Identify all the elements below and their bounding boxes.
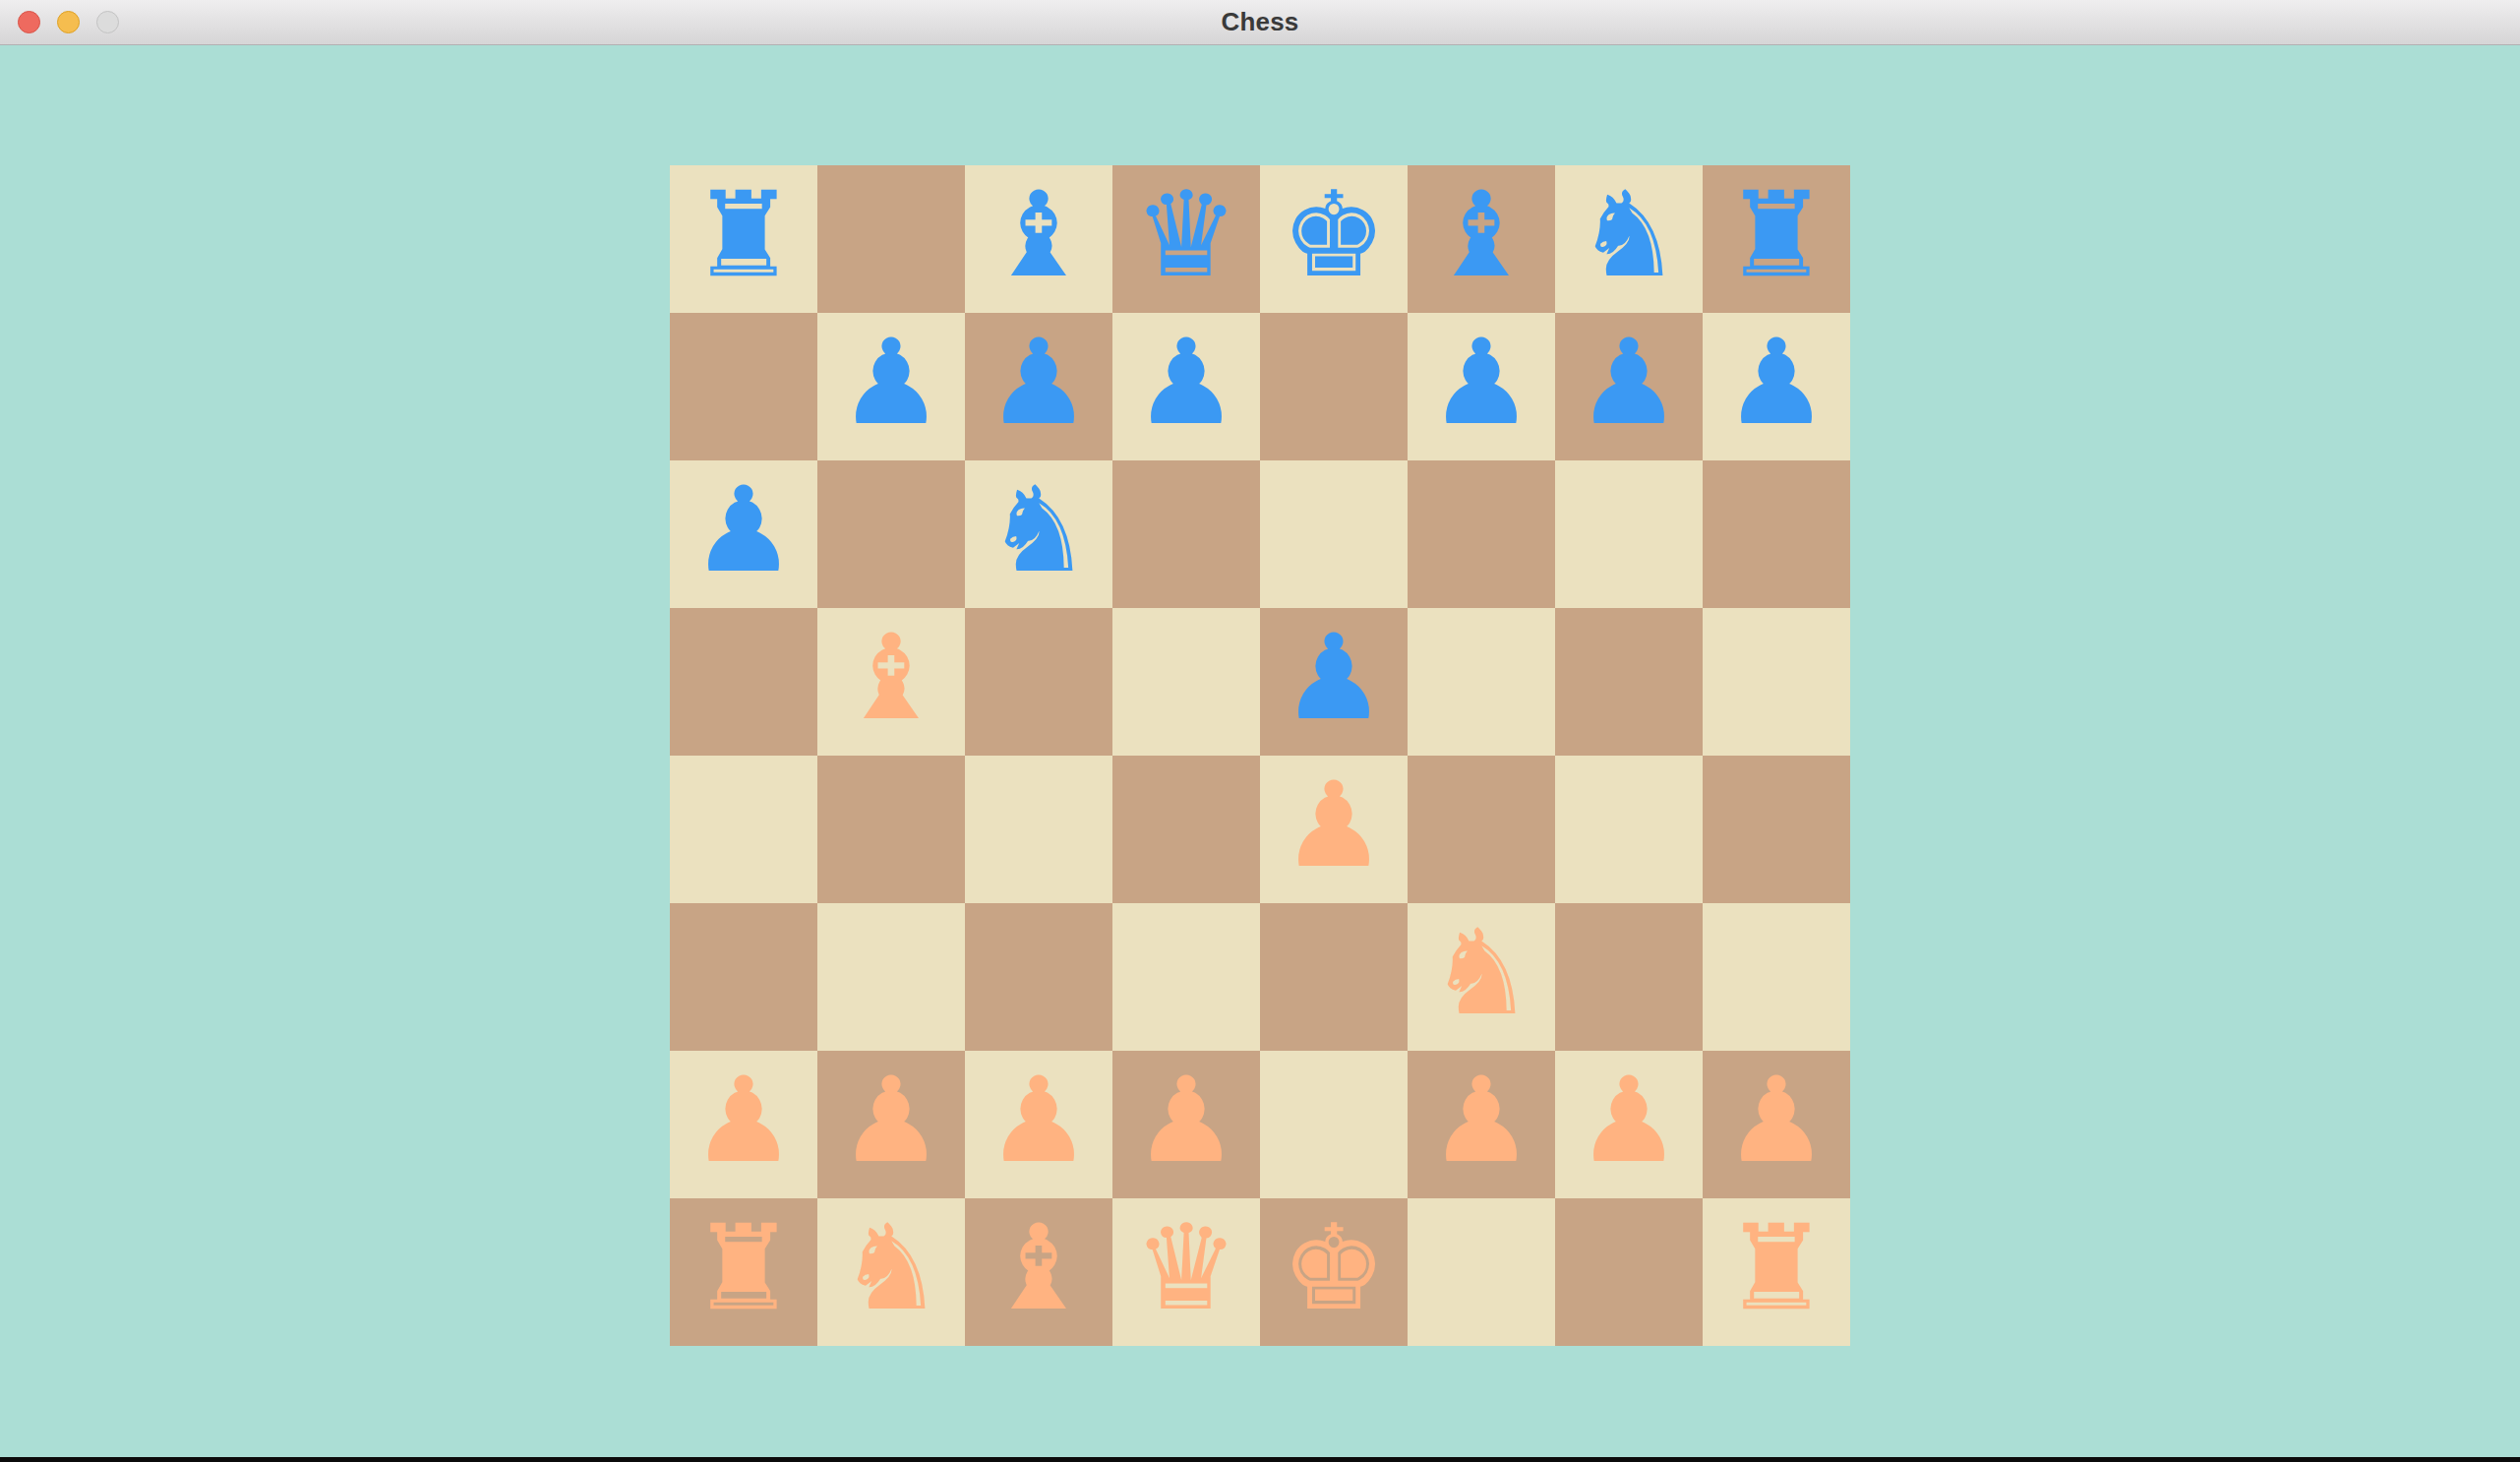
square-h4[interactable] <box>1703 756 1850 903</box>
square-b2[interactable]: ♟ <box>817 1051 965 1198</box>
square-a4[interactable] <box>670 756 817 903</box>
square-f3[interactable]: ♞ <box>1408 903 1555 1051</box>
square-c4[interactable] <box>965 756 1112 903</box>
window-title: Chess <box>1221 7 1298 37</box>
square-b6[interactable] <box>817 460 965 608</box>
piece-orange-pawn[interactable]: ♟ <box>690 1062 797 1180</box>
square-f7[interactable]: ♟ <box>1408 313 1555 460</box>
piece-orange-pawn[interactable]: ♟ <box>1723 1062 1830 1180</box>
piece-orange-king[interactable]: ♚ <box>1281 1209 1387 1327</box>
piece-blue-rook[interactable]: ♜ <box>1723 176 1830 294</box>
square-g3[interactable] <box>1555 903 1703 1051</box>
square-c5[interactable] <box>965 608 1112 756</box>
square-h2[interactable]: ♟ <box>1703 1051 1850 1198</box>
square-e6[interactable] <box>1260 460 1408 608</box>
piece-blue-king[interactable]: ♚ <box>1281 176 1387 294</box>
square-b7[interactable]: ♟ <box>817 313 965 460</box>
square-a2[interactable]: ♟ <box>670 1051 817 1198</box>
square-e1[interactable]: ♚ <box>1260 1198 1408 1346</box>
square-f4[interactable] <box>1408 756 1555 903</box>
square-g1[interactable] <box>1555 1198 1703 1346</box>
square-d3[interactable] <box>1112 903 1260 1051</box>
square-f6[interactable] <box>1408 460 1555 608</box>
piece-blue-knight[interactable]: ♞ <box>1576 176 1682 294</box>
app-window: Chess ♜♝♛♚♝♞♜♟♟♟♟♟♟♟♞♝♟♟♞♟♟♟♟♟♟♟♜♞♝♛♚♜ <box>0 0 2520 1462</box>
window-controls <box>18 0 119 44</box>
square-b4[interactable] <box>817 756 965 903</box>
square-f1[interactable] <box>1408 1198 1555 1346</box>
minimize-button[interactable] <box>57 11 80 33</box>
piece-orange-pawn[interactable]: ♟ <box>1133 1062 1239 1180</box>
square-d1[interactable]: ♛ <box>1112 1198 1260 1346</box>
square-h7[interactable]: ♟ <box>1703 313 1850 460</box>
square-a5[interactable] <box>670 608 817 756</box>
square-a7[interactable] <box>670 313 817 460</box>
square-a8[interactable]: ♜ <box>670 165 817 313</box>
close-button[interactable] <box>18 11 40 33</box>
square-h1[interactable]: ♜ <box>1703 1198 1850 1346</box>
piece-blue-pawn[interactable]: ♟ <box>1133 324 1239 442</box>
piece-blue-pawn[interactable]: ♟ <box>1576 324 1682 442</box>
square-a1[interactable]: ♜ <box>670 1198 817 1346</box>
square-a6[interactable]: ♟ <box>670 460 817 608</box>
piece-blue-pawn[interactable]: ♟ <box>1281 619 1387 737</box>
square-c6[interactable]: ♞ <box>965 460 1112 608</box>
square-c3[interactable] <box>965 903 1112 1051</box>
square-d5[interactable] <box>1112 608 1260 756</box>
piece-orange-rook[interactable]: ♜ <box>1723 1209 1830 1327</box>
square-c7[interactable]: ♟ <box>965 313 1112 460</box>
square-e4[interactable]: ♟ <box>1260 756 1408 903</box>
piece-blue-pawn[interactable]: ♟ <box>838 324 944 442</box>
piece-orange-knight[interactable]: ♞ <box>1428 914 1534 1032</box>
piece-blue-rook[interactable]: ♜ <box>690 176 797 294</box>
screen-bottom-edge <box>0 1457 2520 1462</box>
window-titlebar: Chess <box>0 0 2520 45</box>
square-f2[interactable]: ♟ <box>1408 1051 1555 1198</box>
square-e2[interactable] <box>1260 1051 1408 1198</box>
square-g6[interactable] <box>1555 460 1703 608</box>
square-c8[interactable]: ♝ <box>965 165 1112 313</box>
square-g4[interactable] <box>1555 756 1703 903</box>
piece-orange-pawn[interactable]: ♟ <box>1576 1062 1682 1180</box>
square-d6[interactable] <box>1112 460 1260 608</box>
square-d8[interactable]: ♛ <box>1112 165 1260 313</box>
piece-blue-pawn[interactable]: ♟ <box>1428 324 1534 442</box>
square-b3[interactable] <box>817 903 965 1051</box>
square-a3[interactable] <box>670 903 817 1051</box>
square-d4[interactable] <box>1112 756 1260 903</box>
piece-blue-bishop[interactable]: ♝ <box>986 176 1092 294</box>
square-e7[interactable] <box>1260 313 1408 460</box>
square-g5[interactable] <box>1555 608 1703 756</box>
square-h8[interactable]: ♜ <box>1703 165 1850 313</box>
piece-blue-pawn[interactable]: ♟ <box>1723 324 1830 442</box>
piece-orange-rook[interactable]: ♜ <box>690 1209 797 1327</box>
square-b1[interactable]: ♞ <box>817 1198 965 1346</box>
square-e3[interactable] <box>1260 903 1408 1051</box>
square-f5[interactable] <box>1408 608 1555 756</box>
piece-orange-pawn[interactable]: ♟ <box>838 1062 944 1180</box>
piece-orange-bishop[interactable]: ♝ <box>986 1209 1092 1327</box>
zoom-button[interactable] <box>96 11 119 33</box>
square-f8[interactable]: ♝ <box>1408 165 1555 313</box>
square-d7[interactable]: ♟ <box>1112 313 1260 460</box>
piece-blue-bishop[interactable]: ♝ <box>1428 176 1534 294</box>
piece-orange-knight[interactable]: ♞ <box>838 1209 944 1327</box>
square-c1[interactable]: ♝ <box>965 1198 1112 1346</box>
square-d2[interactable]: ♟ <box>1112 1051 1260 1198</box>
square-g8[interactable]: ♞ <box>1555 165 1703 313</box>
piece-blue-pawn[interactable]: ♟ <box>986 324 1092 442</box>
square-h3[interactable] <box>1703 903 1850 1051</box>
square-g2[interactable]: ♟ <box>1555 1051 1703 1198</box>
square-g7[interactable]: ♟ <box>1555 313 1703 460</box>
piece-blue-knight[interactable]: ♞ <box>986 471 1092 589</box>
square-b5[interactable]: ♝ <box>817 608 965 756</box>
piece-orange-pawn[interactable]: ♟ <box>986 1062 1092 1180</box>
piece-orange-pawn[interactable]: ♟ <box>1281 766 1387 884</box>
chess-board: ♜♝♛♚♝♞♜♟♟♟♟♟♟♟♞♝♟♟♞♟♟♟♟♟♟♟♜♞♝♛♚♜ <box>670 165 1850 1346</box>
square-h6[interactable] <box>1703 460 1850 608</box>
square-c2[interactable]: ♟ <box>965 1051 1112 1198</box>
piece-blue-queen[interactable]: ♛ <box>1133 176 1239 294</box>
piece-orange-pawn[interactable]: ♟ <box>1428 1062 1534 1180</box>
square-e8[interactable]: ♚ <box>1260 165 1408 313</box>
square-e5[interactable]: ♟ <box>1260 608 1408 756</box>
square-b8[interactable] <box>817 165 965 313</box>
piece-orange-bishop[interactable]: ♝ <box>838 619 944 737</box>
square-h5[interactable] <box>1703 608 1850 756</box>
piece-orange-queen[interactable]: ♛ <box>1133 1209 1239 1327</box>
piece-blue-pawn[interactable]: ♟ <box>690 471 797 589</box>
